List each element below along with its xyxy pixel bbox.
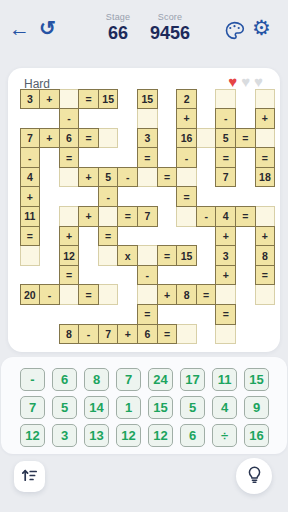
tray-tile[interactable]: 12 <box>20 424 45 447</box>
score-stat: Score 9456 <box>142 12 198 44</box>
grid-cell-given: 3 <box>20 89 41 110</box>
grid-cell-given: 15 <box>176 245 197 266</box>
restart-button[interactable]: ↺ <box>39 16 56 40</box>
tray-tile[interactable]: 5 <box>52 396 77 419</box>
hint-button[interactable] <box>236 458 272 494</box>
grid-cell-given: + <box>78 167 99 188</box>
grid-cell-given: - <box>98 186 119 207</box>
grid-cell-given: + <box>215 265 236 286</box>
tray-tile[interactable]: - <box>20 368 45 391</box>
grid-cell-empty[interactable] <box>255 128 276 149</box>
tray-tile[interactable]: 11 <box>212 368 237 391</box>
grid-cell-given: 8 <box>176 284 197 305</box>
grid-gap <box>255 324 276 345</box>
grid-cell-given: 4 <box>215 206 236 227</box>
grid-cell-given: 18 <box>255 167 276 188</box>
grid-gap <box>78 265 99 286</box>
grid-gap <box>137 226 158 247</box>
grid-gap <box>235 265 256 286</box>
grid-gap <box>117 128 138 149</box>
grid-gap <box>78 147 99 168</box>
grid-cell-empty[interactable] <box>176 324 197 345</box>
grid-cell-given: = <box>157 324 178 345</box>
grid-gap <box>20 265 41 286</box>
grid-gap <box>39 108 60 129</box>
grid-cell-given: + <box>20 186 41 207</box>
tray-tile[interactable]: 15 <box>244 368 269 391</box>
grid-cell-given: 4 <box>20 167 41 188</box>
grid-gap <box>117 186 138 207</box>
tray-tile[interactable]: 16 <box>244 424 269 447</box>
heart-empty-icon: ♥ <box>241 73 254 90</box>
grid-gap <box>117 108 138 129</box>
grid-cell-given: 15 <box>98 89 119 110</box>
grid-cell-empty[interactable] <box>255 206 276 227</box>
grid-cell-given: 3 <box>215 245 236 266</box>
grid-gap <box>157 147 178 168</box>
grid-cell-given: x <box>117 245 138 266</box>
grid-gap <box>235 108 256 129</box>
grid-cell-given: 20 <box>20 284 41 305</box>
grid-gap <box>196 147 217 168</box>
grid-cell-given: = <box>255 147 276 168</box>
grid-gap <box>157 206 178 227</box>
grid-cell-given: 16 <box>176 128 197 149</box>
grid-cell-given: = <box>78 128 99 149</box>
tray-tile[interactable]: 12 <box>116 424 141 447</box>
grid-gap <box>196 226 217 247</box>
grid-cell-empty[interactable] <box>137 167 158 188</box>
grid-gap <box>235 245 256 266</box>
score-value: 9456 <box>142 23 198 44</box>
grid-cell-given: 6 <box>137 324 158 345</box>
grid-cell-given: = <box>59 147 80 168</box>
grid-cell-given: 2 <box>176 89 197 110</box>
grid-cell-given: = <box>176 186 197 207</box>
grid-gap <box>157 89 178 110</box>
grid-gap <box>59 304 80 325</box>
grid-gap <box>157 108 178 129</box>
grid-cell-empty[interactable] <box>176 206 197 227</box>
grid-cell-empty[interactable] <box>59 89 80 110</box>
grid-gap <box>39 324 60 345</box>
grid-gap <box>157 304 178 325</box>
grid-gap <box>235 304 256 325</box>
tray-tile[interactable]: 3 <box>52 424 77 447</box>
grid-gap <box>39 245 60 266</box>
grid-gap <box>255 304 276 325</box>
grid-cell-given: = <box>196 284 217 305</box>
stage-stat: Stage 66 <box>92 12 144 44</box>
grid-cell-given: = <box>255 265 276 286</box>
palette-button[interactable] <box>224 20 245 44</box>
grid-gap <box>39 226 60 247</box>
grid-cell-empty[interactable] <box>215 324 236 345</box>
grid-cell-empty[interactable] <box>20 245 41 266</box>
grid-cell-given: 8 <box>255 245 276 266</box>
grid-gap <box>235 167 256 188</box>
tray-tile[interactable]: ÷ <box>212 424 237 447</box>
grid-cell-empty[interactable] <box>137 245 158 266</box>
grid-cell-given: 7 <box>215 167 236 188</box>
grid-gap <box>235 324 256 345</box>
grid-gap <box>196 245 217 266</box>
back-button[interactable]: ← <box>9 17 30 41</box>
tray-tile[interactable]: 4 <box>212 396 237 419</box>
grid-gap <box>59 186 80 207</box>
heart-filled-icon: ♥ <box>228 73 241 90</box>
tray-tile[interactable]: 9 <box>244 396 269 419</box>
grid-cell-given: - <box>117 167 138 188</box>
heart-empty-icon: ♥ <box>254 73 267 90</box>
grid-cell-given: 7 <box>98 324 119 345</box>
grid-gap <box>157 265 178 286</box>
grid-cell-empty[interactable] <box>255 284 276 305</box>
grid-gap <box>235 284 256 305</box>
grid-cell-empty[interactable] <box>98 206 119 227</box>
grid-gap <box>235 226 256 247</box>
grid-gap <box>157 186 178 207</box>
grid-gap <box>117 226 138 247</box>
tray-tile[interactable]: 17 <box>180 368 205 391</box>
grid-cell-given: - <box>59 108 80 129</box>
grid-cell-given: 15 <box>137 89 158 110</box>
grid-cell-given: + <box>176 108 197 129</box>
tray-tile[interactable]: 5 <box>180 396 205 419</box>
grid-cell-given: 12 <box>59 245 80 266</box>
grid-cell-empty[interactable] <box>176 167 197 188</box>
grid-cell-given: - <box>176 147 197 168</box>
grid-cell-given: = <box>235 206 256 227</box>
tray-tile[interactable]: 8 <box>84 368 109 391</box>
grid-gap <box>196 167 217 188</box>
grid-gap <box>215 186 236 207</box>
grid-gap <box>176 226 197 247</box>
grid-cell-given: + <box>39 128 60 149</box>
grid-cell-given: 5 <box>98 167 119 188</box>
grid-cell-given: 7 <box>137 206 158 227</box>
grid-cell-empty[interactable] <box>59 284 80 305</box>
grid-cell-empty[interactable] <box>98 245 119 266</box>
grid-cell-given: + <box>255 108 276 129</box>
grid-gap <box>78 226 99 247</box>
grid-cell-given: = <box>157 245 178 266</box>
grid-cell-empty[interactable] <box>59 206 80 227</box>
grid-gap <box>176 304 197 325</box>
grid-gap <box>255 186 276 207</box>
grid-gap <box>157 128 178 149</box>
grid-gap <box>98 265 119 286</box>
grid-gap <box>39 304 60 325</box>
tray-tile[interactable]: 12 <box>148 424 173 447</box>
grid-gap <box>137 186 158 207</box>
grid-cell-given: - <box>137 265 158 286</box>
grid-gap <box>176 265 197 286</box>
tray-tile[interactable]: 6 <box>180 424 205 447</box>
tray-tile[interactable]: 14 <box>84 396 109 419</box>
grid-cell-given: - <box>196 206 217 227</box>
grid-cell-empty[interactable] <box>215 284 236 305</box>
grid-gap <box>117 284 138 305</box>
grid-gap <box>117 265 138 286</box>
grid-gap <box>196 324 217 345</box>
grid-gap <box>196 108 217 129</box>
grid-gap <box>196 89 217 110</box>
grid-gap <box>20 304 41 325</box>
grid-cell-given: = <box>117 206 138 227</box>
tray-tile[interactable]: 13 <box>84 424 109 447</box>
grid-gap <box>20 324 41 345</box>
grid-cell-given: - <box>215 108 236 129</box>
lightbulb-icon <box>245 465 264 487</box>
grid-gap <box>196 304 217 325</box>
grid-gap <box>98 147 119 168</box>
grid-cell-given: = <box>78 89 99 110</box>
tray-tile[interactable]: 7 <box>116 368 141 391</box>
grid-gap <box>39 147 60 168</box>
tile-tray-panel: -6872417111575141155491231312126÷16 <box>1 357 287 454</box>
grid-gap <box>39 265 60 286</box>
tray-tile[interactable]: 7 <box>20 396 45 419</box>
grid-cell-given: = <box>137 304 158 325</box>
grid-cell-given: + <box>157 284 178 305</box>
grid-cell-given: = <box>215 147 236 168</box>
grid-gap <box>98 108 119 129</box>
sort-tiles-button[interactable] <box>14 461 45 492</box>
grid-cell-given: + <box>215 226 236 247</box>
grid-gap <box>117 304 138 325</box>
grid-gap <box>78 186 99 207</box>
grid-gap <box>196 186 217 207</box>
puzzle-grid: 3+=15152-+-+7+6=3165=-==-==4+5-=718+-=11… <box>20 89 275 344</box>
grid-cell-given: = <box>235 128 256 149</box>
puzzle-board-card: Hard ♥♥♥ 3+=15152-+-+7+6=3165=-==-==4+5-… <box>8 68 280 352</box>
grid-cell-given: 11 <box>20 206 41 227</box>
grid-cell-given: = <box>137 147 158 168</box>
grid-cell-given: - <box>20 147 41 168</box>
grid-cell-empty[interactable] <box>137 284 158 305</box>
grid-cell-empty[interactable] <box>59 167 80 188</box>
grid-gap <box>117 89 138 110</box>
grid-cell-given: + <box>59 226 80 247</box>
grid-cell-given: + <box>255 226 276 247</box>
grid-cell-given: - <box>78 324 99 345</box>
grid-cell-empty[interactable] <box>98 128 119 149</box>
grid-cell-empty[interactable] <box>98 284 119 305</box>
grid-cell-given: = <box>215 304 236 325</box>
grid-gap <box>235 186 256 207</box>
grid-cell-given: 8 <box>59 324 80 345</box>
grid-gap <box>117 147 138 168</box>
grid-cell-given: 7 <box>20 128 41 149</box>
top-bar: ← ↺ Stage 66 Score 9456 ⚙ <box>0 0 288 60</box>
grid-gap <box>39 186 60 207</box>
tray-tile[interactable]: 15 <box>148 396 173 419</box>
grid-cell-given: = <box>78 284 99 305</box>
tray-tile[interactable]: 1 <box>116 396 141 419</box>
lives-hearts: ♥♥♥ <box>228 73 267 90</box>
settings-button[interactable]: ⚙ <box>252 16 271 40</box>
grid-cell-given: 3 <box>137 128 158 149</box>
grid-cell-given: - <box>39 284 60 305</box>
tile-tray: -6872417111575141155491231312126÷16 <box>20 368 269 447</box>
grid-cell-given: + <box>78 206 99 227</box>
grid-gap <box>235 89 256 110</box>
stage-label: Stage <box>92 12 144 22</box>
grid-cell-given: 5 <box>215 128 236 149</box>
grid-gap <box>235 147 256 168</box>
grid-gap <box>39 167 60 188</box>
grid-cell-empty[interactable] <box>215 89 236 110</box>
score-label: Score <box>142 12 198 22</box>
grid-cell-empty[interactable] <box>137 108 158 129</box>
tray-tile[interactable]: 24 <box>148 368 173 391</box>
grid-cell-empty[interactable] <box>255 89 276 110</box>
palette-icon <box>224 29 245 44</box>
grid-cell-given: = <box>157 167 178 188</box>
grid-cell-given: = <box>59 265 80 286</box>
grid-cell-empty[interactable] <box>196 128 217 149</box>
grid-cell-given: + <box>39 89 60 110</box>
tray-tile[interactable]: 6 <box>52 368 77 391</box>
grid-cell-given: = <box>20 226 41 247</box>
grid-gap <box>20 108 41 129</box>
grid-gap <box>78 245 99 266</box>
grid-cell-given: = <box>98 226 119 247</box>
grid-gap <box>196 265 217 286</box>
grid-gap <box>157 226 178 247</box>
grid-cell-given: + <box>117 324 138 345</box>
grid-gap <box>39 206 60 227</box>
stage-value: 66 <box>92 23 144 44</box>
grid-cell-given: 6 <box>59 128 80 149</box>
sort-icon <box>21 467 38 487</box>
grid-gap <box>78 108 99 129</box>
grid-gap <box>98 304 119 325</box>
grid-gap <box>78 304 99 325</box>
